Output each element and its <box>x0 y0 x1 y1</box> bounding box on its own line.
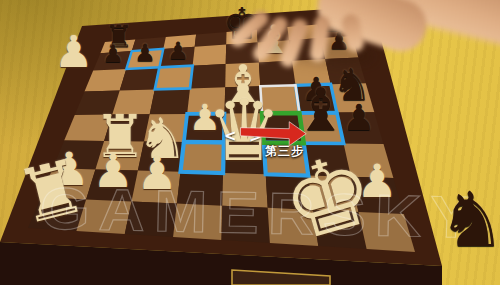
captured-black-knight: ♞ <box>438 182 500 258</box>
square-d1[interactable] <box>173 204 222 240</box>
next-move-chevron[interactable]: > <box>249 128 262 146</box>
square-e1[interactable] <box>222 206 270 243</box>
prev-move-chevron[interactable]: < <box>224 127 237 145</box>
step-label: 第三步 <box>265 143 304 160</box>
square-c1[interactable] <box>125 202 177 238</box>
square-c6[interactable] <box>155 66 193 90</box>
black-pawn-b7[interactable]: ♟ <box>134 41 156 65</box>
black-pawn-c7[interactable]: ♟ <box>167 39 189 63</box>
white-pawn-c2[interactable]: ♟ <box>136 150 177 196</box>
chess-game-scene: ♜♚♜♟♟♟♝♟♝♟♞♟♝♟♜♞♛♟♟♟♟♜♚ ♟ ♞ GAMERSKY < >… <box>0 0 500 285</box>
white-pawn-b2[interactable]: ♟ <box>92 148 133 194</box>
captured-white-pawn: ♟ <box>54 30 93 74</box>
black-bishop-g4[interactable]: ♝ <box>295 80 348 139</box>
black-pawn-a7[interactable]: ♟ <box>102 42 124 66</box>
